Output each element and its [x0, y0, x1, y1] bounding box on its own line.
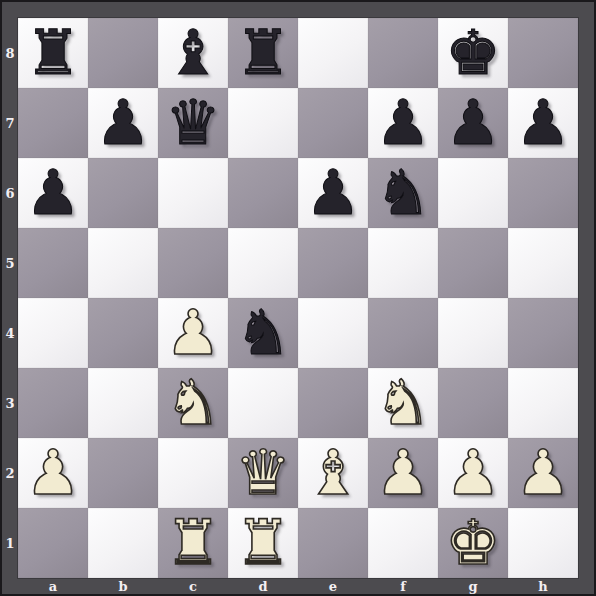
square-g2[interactable]: ♟ [438, 438, 508, 508]
square-b7[interactable]: ♟ [88, 88, 158, 158]
piece-white-queen[interactable]: ♛ [228, 438, 298, 508]
square-g5[interactable] [438, 228, 508, 298]
square-h6[interactable] [508, 158, 578, 228]
square-g7[interactable]: ♟ [438, 88, 508, 158]
square-g1[interactable]: ♚ [438, 508, 508, 578]
square-h5[interactable] [508, 228, 578, 298]
piece-white-pawn[interactable]: ♟ [18, 438, 88, 508]
piece-black-pawn[interactable]: ♟ [298, 158, 368, 228]
square-f2[interactable]: ♟ [368, 438, 438, 508]
piece-white-bishop[interactable]: ♝ [298, 438, 368, 508]
square-b1[interactable] [88, 508, 158, 578]
piece-black-pawn[interactable]: ♟ [438, 88, 508, 158]
square-a8[interactable]: ♜ [18, 18, 88, 88]
square-f6[interactable]: ♞ [368, 158, 438, 228]
piece-white-rook[interactable]: ♜ [158, 508, 228, 578]
rank-label-3: 3 [2, 368, 18, 438]
square-a7[interactable] [18, 88, 88, 158]
square-a4[interactable] [18, 298, 88, 368]
rank-label-2: 2 [2, 438, 18, 508]
chess-board: ♜♝♜♚♟♛♟♟♟♟♟♞♟♞♞♞♟♛♝♟♟♟♜♜♚ [18, 18, 578, 578]
square-e5[interactable] [298, 228, 368, 298]
square-c7[interactable]: ♛ [158, 88, 228, 158]
square-h1[interactable] [508, 508, 578, 578]
square-f8[interactable] [368, 18, 438, 88]
square-c8[interactable]: ♝ [158, 18, 228, 88]
piece-white-knight[interactable]: ♞ [158, 368, 228, 438]
file-label-d: d [228, 578, 298, 594]
square-d6[interactable] [228, 158, 298, 228]
file-labels: abcdefgh [18, 578, 578, 594]
square-c2[interactable] [158, 438, 228, 508]
square-f5[interactable] [368, 228, 438, 298]
square-d8[interactable]: ♜ [228, 18, 298, 88]
square-e1[interactable] [298, 508, 368, 578]
square-g4[interactable] [438, 298, 508, 368]
square-f7[interactable]: ♟ [368, 88, 438, 158]
rank-labels: 87654321 [2, 18, 18, 578]
piece-black-king[interactable]: ♚ [438, 18, 508, 88]
piece-white-pawn[interactable]: ♟ [368, 438, 438, 508]
piece-white-pawn[interactable]: ♟ [508, 438, 578, 508]
square-d7[interactable] [228, 88, 298, 158]
square-c1[interactable]: ♜ [158, 508, 228, 578]
square-f1[interactable] [368, 508, 438, 578]
square-e3[interactable] [298, 368, 368, 438]
square-a1[interactable] [18, 508, 88, 578]
piece-white-knight[interactable]: ♞ [368, 368, 438, 438]
piece-black-pawn[interactable]: ♟ [18, 158, 88, 228]
square-c3[interactable]: ♞ [158, 368, 228, 438]
board-frame: 87654321 ♜♝♜♚♟♛♟♟♟♟♟♞♟♞♞♞♟♛♝♟♟♟♜♜♚ abcde… [0, 0, 596, 596]
square-e6[interactable]: ♟ [298, 158, 368, 228]
file-label-c: c [158, 578, 228, 594]
rank-label-4: 4 [2, 298, 18, 368]
piece-white-rook[interactable]: ♜ [228, 508, 298, 578]
square-e4[interactable] [298, 298, 368, 368]
rank-label-7: 7 [2, 88, 18, 158]
square-e7[interactable] [298, 88, 368, 158]
rank-label-8: 8 [2, 18, 18, 88]
square-b5[interactable] [88, 228, 158, 298]
square-c6[interactable] [158, 158, 228, 228]
file-label-g: g [438, 578, 508, 594]
piece-black-rook[interactable]: ♜ [18, 18, 88, 88]
piece-black-knight[interactable]: ♞ [368, 158, 438, 228]
piece-black-pawn[interactable]: ♟ [88, 88, 158, 158]
square-c5[interactable] [158, 228, 228, 298]
square-f4[interactable] [368, 298, 438, 368]
square-d2[interactable]: ♛ [228, 438, 298, 508]
piece-white-pawn[interactable]: ♟ [438, 438, 508, 508]
rank-label-6: 6 [2, 158, 18, 228]
square-e8[interactable] [298, 18, 368, 88]
square-a3[interactable] [18, 368, 88, 438]
square-b8[interactable] [88, 18, 158, 88]
square-h7[interactable]: ♟ [508, 88, 578, 158]
file-label-e: e [298, 578, 368, 594]
piece-white-king[interactable]: ♚ [438, 508, 508, 578]
square-b3[interactable] [88, 368, 158, 438]
square-d1[interactable]: ♜ [228, 508, 298, 578]
file-label-b: b [88, 578, 158, 594]
square-b6[interactable] [88, 158, 158, 228]
square-a2[interactable]: ♟ [18, 438, 88, 508]
square-d4[interactable]: ♞ [228, 298, 298, 368]
file-label-h: h [508, 578, 578, 594]
rank-label-1: 1 [2, 508, 18, 578]
square-b2[interactable] [88, 438, 158, 508]
square-g3[interactable] [438, 368, 508, 438]
square-a6[interactable]: ♟ [18, 158, 88, 228]
square-f3[interactable]: ♞ [368, 368, 438, 438]
piece-white-pawn[interactable]: ♟ [158, 298, 228, 368]
square-d5[interactable] [228, 228, 298, 298]
square-g8[interactable]: ♚ [438, 18, 508, 88]
piece-black-knight[interactable]: ♞ [228, 298, 298, 368]
square-h3[interactable] [508, 368, 578, 438]
rank-label-5: 5 [2, 228, 18, 298]
piece-black-pawn[interactable]: ♟ [508, 88, 578, 158]
square-e2[interactable]: ♝ [298, 438, 368, 508]
file-label-f: f [368, 578, 438, 594]
square-a5[interactable] [18, 228, 88, 298]
piece-black-queen[interactable]: ♛ [158, 88, 228, 158]
piece-black-bishop[interactable]: ♝ [158, 18, 228, 88]
square-c4[interactable]: ♟ [158, 298, 228, 368]
square-g6[interactable] [438, 158, 508, 228]
square-b4[interactable] [88, 298, 158, 368]
square-d3[interactable] [228, 368, 298, 438]
square-h4[interactable] [508, 298, 578, 368]
piece-black-pawn[interactable]: ♟ [368, 88, 438, 158]
square-h2[interactable]: ♟ [508, 438, 578, 508]
file-label-a: a [18, 578, 88, 594]
square-h8[interactable] [508, 18, 578, 88]
piece-black-rook[interactable]: ♜ [228, 18, 298, 88]
